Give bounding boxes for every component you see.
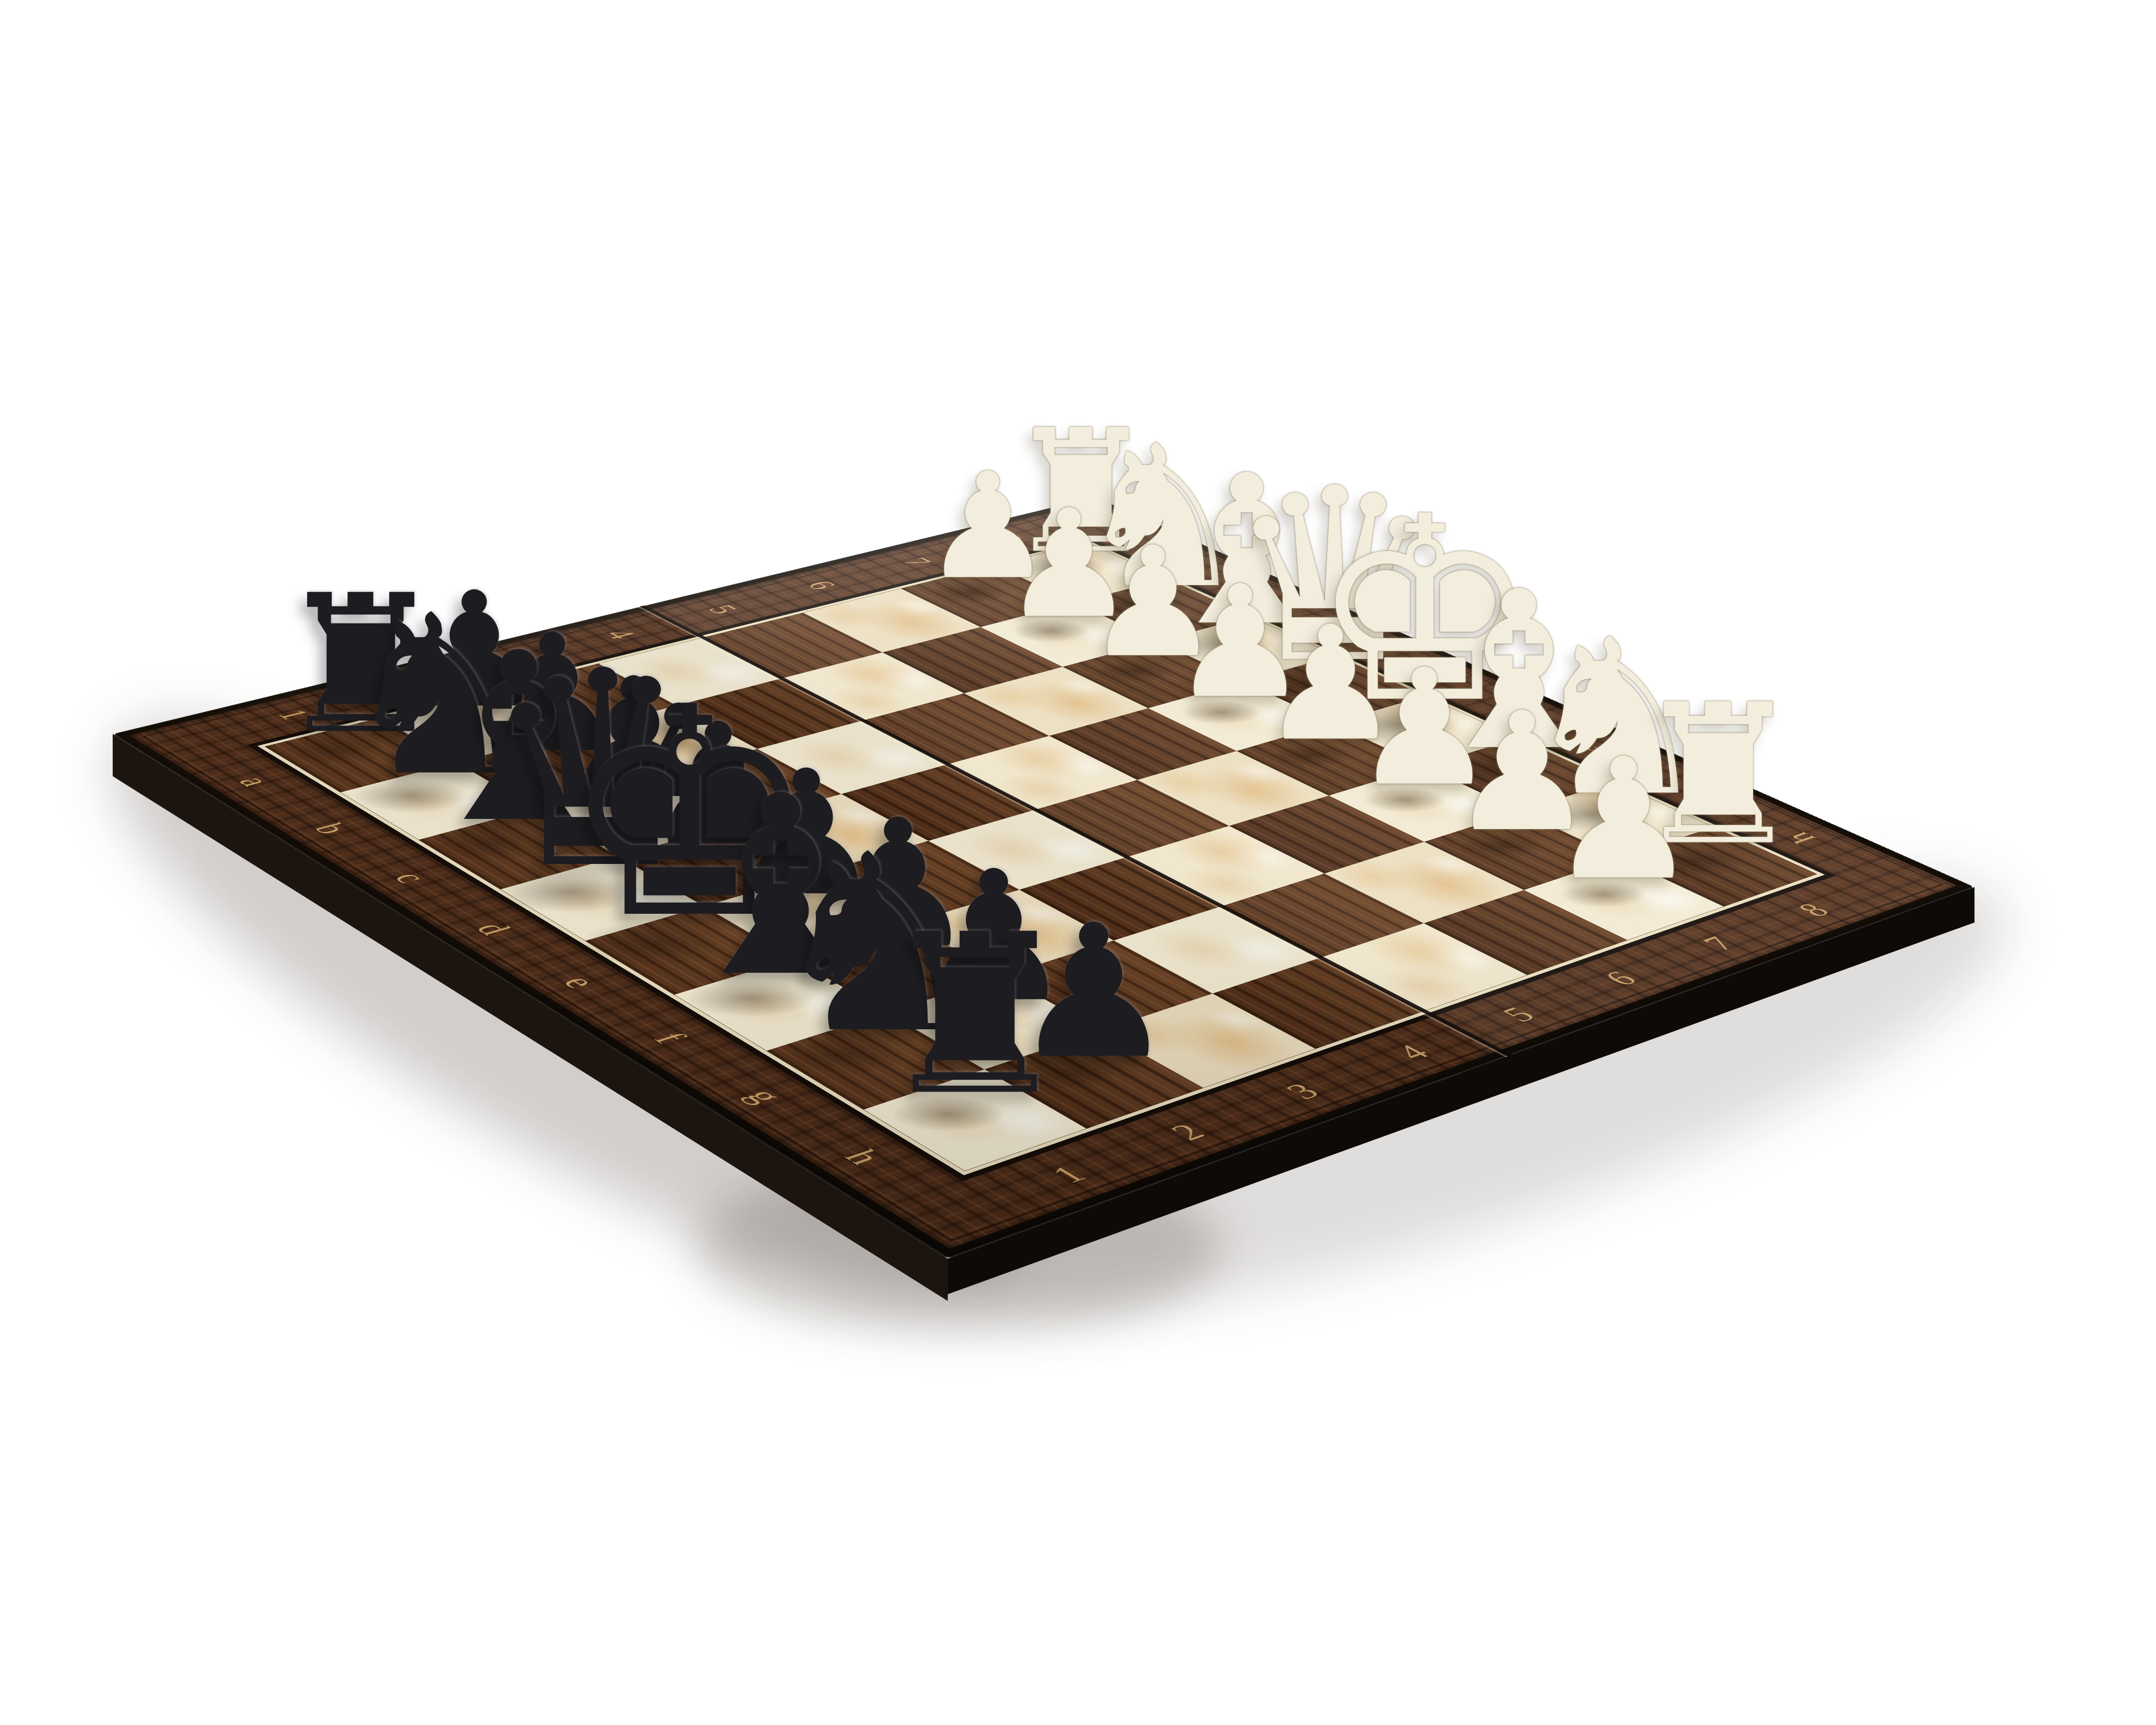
black-rook-h1[interactable]: ♜ xyxy=(865,905,1085,1126)
chess-set-photo: aabbccddeeffgghh8877665544332211 ♜♟♞♟♝♟♛… xyxy=(0,0,2156,1725)
white-pawn-h7[interactable]: ♟ xyxy=(1540,736,1708,903)
pieces: ♜♟♞♟♝♟♛♟♟♚♜♟♟♝♞♟♟♞♝♟♟♜♛♟♟♚♟♝♟♞♟♜ xyxy=(0,0,2156,1725)
